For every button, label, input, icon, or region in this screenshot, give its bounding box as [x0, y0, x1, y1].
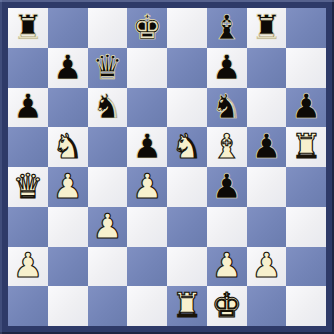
black-king: ♚ [132, 10, 162, 44]
square-h8[interactable] [286, 8, 326, 48]
square-e2[interactable] [167, 247, 207, 287]
square-e1[interactable]: ♜ [167, 286, 207, 326]
black-pawn: ♟ [211, 169, 241, 203]
square-c8[interactable] [88, 8, 128, 48]
square-h7[interactable] [286, 48, 326, 88]
square-e3[interactable] [167, 207, 207, 247]
square-g6[interactable] [247, 88, 287, 128]
black-bishop: ♝ [211, 10, 241, 44]
square-d7[interactable] [127, 48, 167, 88]
square-d4[interactable]: ♟ [127, 167, 167, 207]
square-a6[interactable]: ♟ [8, 88, 48, 128]
square-g1[interactable] [247, 286, 287, 326]
square-c2[interactable] [88, 247, 128, 287]
square-d3[interactable] [127, 207, 167, 247]
white-pawn: ♟ [13, 248, 43, 282]
square-a1[interactable] [8, 286, 48, 326]
square-b2[interactable] [48, 247, 88, 287]
square-c5[interactable] [88, 127, 128, 167]
square-c6[interactable]: ♞ [88, 88, 128, 128]
white-pawn: ♟ [132, 169, 162, 203]
square-e8[interactable] [167, 8, 207, 48]
black-rook: ♜ [251, 10, 281, 44]
square-f4[interactable]: ♟ [207, 167, 247, 207]
square-c4[interactable] [88, 167, 128, 207]
black-rook: ♜ [13, 10, 43, 44]
square-e5[interactable]: ♞ [167, 127, 207, 167]
white-pawn: ♟ [211, 248, 241, 282]
square-g7[interactable] [247, 48, 287, 88]
black-pawn: ♟ [13, 89, 43, 123]
black-knight: ♞ [92, 89, 122, 123]
square-c1[interactable] [88, 286, 128, 326]
white-pawn: ♟ [52, 169, 82, 203]
square-a2[interactable]: ♟ [8, 247, 48, 287]
black-pawn: ♟ [211, 50, 241, 84]
square-d8[interactable]: ♚ [127, 8, 167, 48]
square-h2[interactable] [286, 247, 326, 287]
square-f1[interactable]: ♚ [207, 286, 247, 326]
square-c3[interactable]: ♟ [88, 207, 128, 247]
square-h4[interactable] [286, 167, 326, 207]
square-e7[interactable] [167, 48, 207, 88]
square-f7[interactable]: ♟ [207, 48, 247, 88]
square-b6[interactable] [48, 88, 88, 128]
black-pawn: ♟ [251, 129, 281, 163]
square-e4[interactable] [167, 167, 207, 207]
square-a8[interactable]: ♜ [8, 8, 48, 48]
square-b5[interactable]: ♞ [48, 127, 88, 167]
chess-board: ♜♚♝♜♟♛♟♟♞♞♟♞♟♞♝♟♜♛♟♟♟♟♟♟♟♜♚ [8, 8, 326, 326]
square-b8[interactable] [48, 8, 88, 48]
square-h1[interactable] [286, 286, 326, 326]
square-d5[interactable]: ♟ [127, 127, 167, 167]
white-pawn: ♟ [92, 209, 122, 243]
square-e6[interactable] [167, 88, 207, 128]
square-b4[interactable]: ♟ [48, 167, 88, 207]
black-pawn: ♟ [52, 50, 82, 84]
square-d2[interactable] [127, 247, 167, 287]
square-f2[interactable]: ♟ [207, 247, 247, 287]
black-pawn: ♟ [132, 129, 162, 163]
white-pawn: ♟ [251, 248, 281, 282]
square-c7[interactable]: ♛ [88, 48, 128, 88]
white-knight: ♞ [52, 129, 82, 163]
square-d1[interactable] [127, 286, 167, 326]
square-g2[interactable]: ♟ [247, 247, 287, 287]
square-h6[interactable]: ♟ [286, 88, 326, 128]
white-bishop: ♝ [211, 129, 241, 163]
square-h3[interactable] [286, 207, 326, 247]
square-f8[interactable]: ♝ [207, 8, 247, 48]
square-a7[interactable] [8, 48, 48, 88]
white-knight: ♞ [172, 129, 202, 163]
square-h5[interactable]: ♜ [286, 127, 326, 167]
square-b1[interactable] [48, 286, 88, 326]
white-queen: ♛ [13, 169, 43, 203]
square-a5[interactable] [8, 127, 48, 167]
square-g5[interactable]: ♟ [247, 127, 287, 167]
black-pawn: ♟ [291, 89, 321, 123]
square-d6[interactable] [127, 88, 167, 128]
square-f3[interactable] [207, 207, 247, 247]
white-rook: ♜ [172, 288, 202, 322]
white-king: ♚ [211, 288, 241, 322]
black-queen: ♛ [92, 50, 122, 84]
square-b7[interactable]: ♟ [48, 48, 88, 88]
square-g8[interactable]: ♜ [247, 8, 287, 48]
square-a3[interactable] [8, 207, 48, 247]
square-f6[interactable]: ♞ [207, 88, 247, 128]
square-a4[interactable]: ♛ [8, 167, 48, 207]
white-rook: ♜ [291, 129, 321, 163]
square-g4[interactable] [247, 167, 287, 207]
square-b3[interactable] [48, 207, 88, 247]
square-g3[interactable] [247, 207, 287, 247]
chess-board-frame: ♜♚♝♜♟♛♟♟♞♞♟♞♟♞♝♟♜♛♟♟♟♟♟♟♟♜♚ [0, 0, 334, 334]
square-f5[interactable]: ♝ [207, 127, 247, 167]
black-knight: ♞ [211, 89, 241, 123]
